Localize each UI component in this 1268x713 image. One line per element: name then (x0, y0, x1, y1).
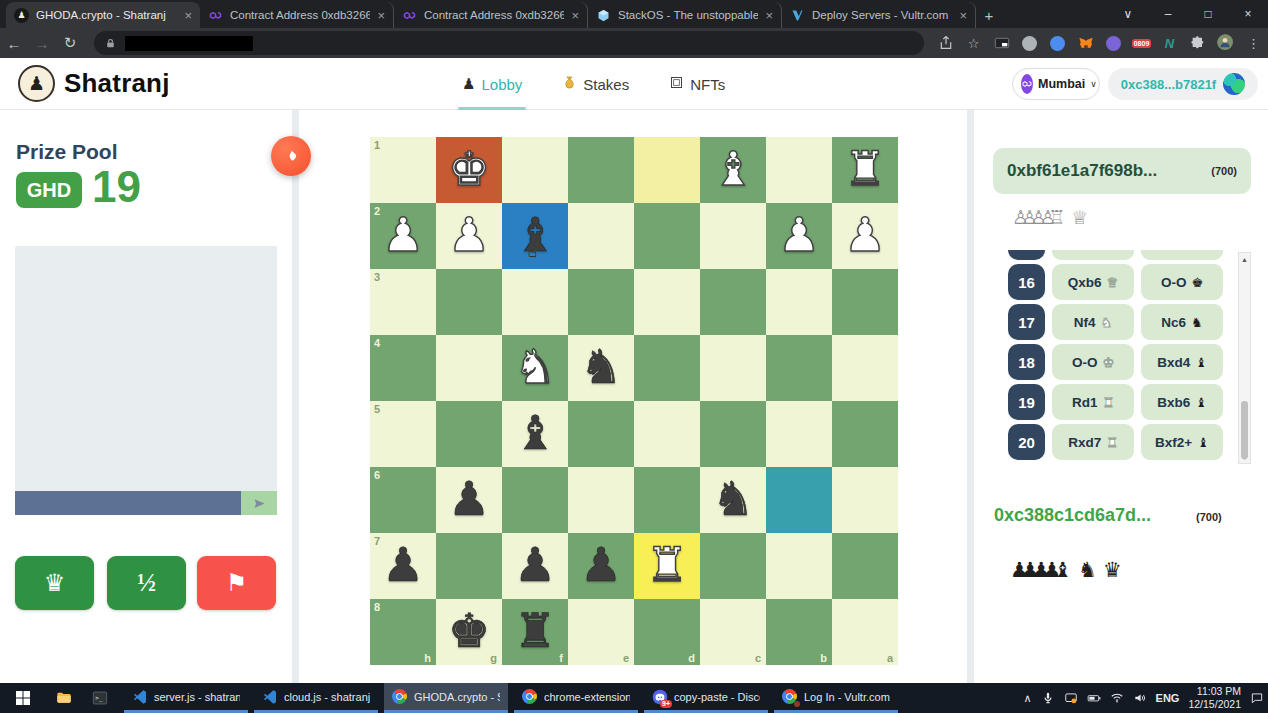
square-a6[interactable] (832, 467, 898, 533)
rank-label: 5 (374, 403, 380, 415)
chrome-icon (782, 689, 798, 705)
half-label: ½ (137, 569, 156, 597)
chat-box (15, 246, 277, 491)
square-b7[interactable] (766, 533, 832, 599)
extension-gray-icon[interactable] (1021, 35, 1038, 52)
square-a3[interactable] (832, 269, 898, 335)
opponent-address: 0xbf61e1a7f698b... (1007, 161, 1157, 181)
back-button[interactable]: ← (0, 35, 28, 52)
action-center-icon[interactable] (1250, 691, 1264, 705)
black-move[interactable]: Bxf2+♝ (1141, 424, 1223, 460)
battery-icon[interactable] (1087, 691, 1101, 705)
flag-icon: ⚑ (226, 569, 248, 597)
white-move[interactable]: Rd1♜ (1052, 384, 1134, 420)
prize-pool-label: Prize Pool (16, 140, 118, 164)
fire-button[interactable] (271, 136, 311, 176)
close-button[interactable]: × (1228, 0, 1268, 28)
move-number: 17 (1008, 304, 1045, 340)
white-move-label: Qxb6 (1068, 275, 1102, 290)
white-piece-icon: ♜ (1106, 435, 1118, 450)
square-a1[interactable]: ♜ (832, 137, 898, 203)
share-icon[interactable] (937, 35, 954, 52)
square-f2[interactable]: ♝☝ (502, 203, 568, 269)
browser-toolbar: ← → ↻ ☆ 0809 N ⋮ (0, 28, 1268, 58)
microphone-icon[interactable] (1041, 691, 1055, 705)
maximize-button[interactable]: □ (1188, 0, 1228, 28)
extension-badge[interactable]: 0809 (1133, 35, 1150, 52)
taskbar-app[interactable]: Log In - Vultr.com -... (774, 683, 898, 713)
file-label: b (820, 652, 827, 664)
square-c5[interactable] (700, 401, 766, 467)
tab-title: Deploy Servers - Vultr.com (812, 9, 952, 21)
chevron-down-icon: ∨ (1090, 79, 1097, 89)
white-piece-icon: ♛ (1107, 275, 1119, 290)
black-pawn-piece[interactable]: ♟ (580, 541, 622, 588)
language-indicator[interactable]: ENG (1156, 692, 1180, 704)
left-divider (292, 110, 299, 683)
move-row: 19Rd1♜Bxb6♝ (1008, 384, 1224, 420)
square-f4[interactable]: ♞ (502, 335, 568, 401)
browser-tab[interactable]: Deploy Servers - Vultr.com× (782, 2, 976, 28)
rank-label: 1 (374, 139, 380, 151)
square-e6[interactable] (568, 467, 634, 533)
square-b1[interactable] (766, 137, 832, 203)
kebab-menu-icon[interactable]: ⋮ (1245, 35, 1262, 52)
black-move-label: Bxd4 (1157, 355, 1190, 370)
shatranj-logo: ♟ (18, 65, 55, 102)
white-knight-piece[interactable]: ♞ (514, 343, 556, 390)
black-pawn-piece[interactable]: ♟ (514, 541, 556, 588)
captured-black-bishop: ♝ (1053, 558, 1072, 582)
square-d6[interactable] (634, 467, 700, 533)
black-rook-piece[interactable]: ♜ (514, 607, 556, 654)
square-d4[interactable] (634, 335, 700, 401)
white-king-piece[interactable]: ♚ (448, 145, 490, 192)
player-address: 0xc388c1cd6a7d... (994, 505, 1151, 526)
square-f6[interactable] (502, 467, 568, 533)
file-explorer-icon[interactable] (46, 683, 82, 713)
move-row: 18O-O♚Bxd4♝ (1008, 344, 1224, 380)
tab-title: GHODA.crypto - Shatranj (36, 9, 177, 21)
black-move[interactable]: Bxb6♝ (1141, 384, 1223, 420)
white-bishop-piece[interactable]: ♝ (712, 145, 754, 192)
move-number: 16 (1008, 264, 1045, 300)
opponent-player-card[interactable]: 0xbf61e1a7f698b... (700) (993, 148, 1251, 194)
vscode-icon (132, 689, 148, 705)
black-move[interactable]: Nc6♞ (1141, 304, 1223, 340)
square-d1[interactable] (634, 137, 700, 203)
tab-title: Contract Address 0xdb3266656a (230, 9, 370, 21)
square-g7[interactable] (436, 533, 502, 599)
lock-icon (104, 37, 117, 50)
browser-tab[interactable]: StackOS - The unstoppable infra× (588, 2, 782, 28)
square-e8[interactable]: e (568, 599, 634, 665)
move-number: 20 (1008, 424, 1045, 460)
captured-black-pieces: ♟♟♟♟♝♞♛ (1010, 558, 1128, 582)
black-king-piece[interactable]: ♚ (448, 607, 490, 654)
captured-black-queen: ♛ (1103, 558, 1122, 582)
taskbar-app-label: copy-paste - Discord (674, 691, 760, 703)
rank-label: 8 (374, 601, 380, 613)
tray-chevron-icon[interactable]: ∧ (1024, 692, 1032, 705)
file-label: f (559, 652, 563, 664)
square-b2[interactable]: ♟ (766, 203, 832, 269)
send-icon (252, 496, 267, 511)
square-g5[interactable] (436, 401, 502, 467)
square-a4[interactable] (832, 335, 898, 401)
square-g1[interactable]: ♚ (436, 137, 502, 203)
chess-board[interactable]: 1♚♝♜2♟♟♝☝♟♟34♞♞5♝6♟♞7♟♟♟♜8hg♚f♜edcba (370, 137, 899, 666)
minimize-button[interactable]: – (1148, 0, 1188, 28)
white-rook-piece[interactable]: ♜ (844, 145, 886, 192)
black-pawn-piece[interactable]: ♟ (382, 541, 424, 588)
captured-black-knight: ♞ (1078, 558, 1097, 582)
white-piece-icon: ♜ (1102, 395, 1114, 410)
taskbar-app-label: Log In - Vultr.com -... (804, 691, 890, 703)
square-g2[interactable]: ♟ (436, 203, 502, 269)
square-h5[interactable]: 5 (370, 401, 436, 467)
right-divider (967, 110, 974, 683)
file-label: g (490, 652, 497, 664)
black-piece-icon: ♝ (1195, 355, 1207, 370)
white-move[interactable] (1052, 250, 1134, 260)
rank-label: 4 (374, 337, 380, 349)
square-a2[interactable]: ♟ (832, 203, 898, 269)
black-piece-icon: ♚ (1191, 275, 1203, 290)
square-d8[interactable]: d (634, 599, 700, 665)
taskbar-app[interactable]: cloud.js - shatranj - ... (254, 683, 378, 713)
white-piece-icon: ♞ (1101, 315, 1113, 330)
screen: ♟GHODA.crypto - Shatranj×Contract Addres… (0, 0, 1268, 713)
file-label: a (887, 652, 893, 664)
svg-text:>_: >_ (95, 694, 103, 702)
start-button[interactable] (0, 683, 46, 713)
tab-close-icon[interactable]: × (377, 8, 385, 23)
profile-avatar[interactable] (1217, 35, 1234, 52)
square-d2[interactable] (634, 203, 700, 269)
bookmark-star-icon[interactable]: ☆ (965, 35, 982, 52)
black-move-label: O-O (1161, 275, 1187, 290)
black-piece-icon: ♞ (1191, 315, 1203, 330)
square-b8[interactable]: b (766, 599, 832, 665)
rank-label: 3 (374, 271, 380, 283)
taskbar-app-label: cloud.js - shatranj - ... (284, 691, 370, 703)
black-move-label: Nc6 (1161, 315, 1186, 330)
captured-white-rook: ♖ (1048, 206, 1065, 228)
crown-icon: ♛ (44, 569, 66, 597)
file-label: c (755, 652, 761, 664)
hand-cursor-icon: ☝ (528, 243, 537, 261)
polygon-icon (1021, 74, 1033, 94)
move-row: 17Nf4♞Nc6♞ (1008, 304, 1224, 340)
square-c6[interactable]: ♞ (700, 467, 766, 533)
move-list[interactable]: 16Qxb6♛O-O♚17Nf4♞Nc6♞18O-O♚Bxd4♝19Rd1♜Bx… (1008, 250, 1224, 462)
file-label: h (424, 652, 431, 664)
white-move[interactable]: Qxb6♛ (1052, 264, 1134, 300)
polygon-favicon-icon (208, 8, 223, 23)
square-e3[interactable] (568, 269, 634, 335)
taskbar-app-label: GHODA.crypto - Sh... (414, 691, 500, 703)
square-e4[interactable]: ♞ (568, 335, 634, 401)
square-h6[interactable]: 6 (370, 467, 436, 533)
browser-menu-icon[interactable]: ∨ (1108, 0, 1148, 28)
nav-item-stakes[interactable]: Stakes (562, 58, 629, 110)
send-button[interactable] (241, 491, 277, 515)
square-b6[interactable] (766, 467, 832, 533)
taskbar-app[interactable]: GHODA.crypto - Sh... (384, 683, 508, 713)
tray-time: 11:03 PM (1197, 685, 1241, 697)
nav-item-nfts[interactable]: NFTs (669, 58, 725, 110)
offer-draw-button[interactable]: ½ (107, 556, 186, 610)
square-c2[interactable] (700, 203, 766, 269)
terminal-icon[interactable]: >_ (82, 683, 118, 713)
square-d5[interactable] (634, 401, 700, 467)
move-row: 20Rxd7♜Bxf2+♝ (1008, 424, 1224, 460)
scrollbar-thumb[interactable] (1241, 401, 1248, 459)
browser-tab[interactable]: Contract Address 0xdb3266656a× (200, 2, 394, 28)
extension-purple-icon[interactable] (1105, 35, 1122, 52)
app-title: Shatranj (64, 68, 170, 99)
black-pawn-piece[interactable]: ♟ (448, 475, 490, 522)
square-a5[interactable] (832, 401, 898, 467)
network-selector[interactable]: Mumbai ∨ (1012, 68, 1100, 100)
reload-button[interactable]: ↻ (56, 34, 84, 52)
move-row (1008, 250, 1224, 260)
square-g4[interactable] (436, 335, 502, 401)
square-g6[interactable]: ♟ (436, 467, 502, 533)
chrome-icon (392, 689, 408, 705)
address-bar[interactable] (94, 31, 924, 55)
wallet-address: 0xc388...b7821f (1121, 77, 1216, 92)
black-piece-icon: ♝ (1195, 395, 1207, 410)
chat-input-bar (15, 491, 277, 515)
white-rook-piece[interactable]: ♜ (646, 541, 688, 588)
white-piece-icon: ♚ (1102, 355, 1114, 370)
frame-icon (669, 75, 684, 93)
taskbar-apps: server.js - shatranj-s...cloud.js - shat… (124, 683, 904, 713)
captured-white-pieces: ♙♙♙♙♖♕ (1012, 206, 1094, 228)
square-e7[interactable]: ♟ (568, 533, 634, 599)
prize-amount: 19 (92, 162, 141, 212)
taskbar-clock[interactable]: 11:03 PM 12/15/2021 (1188, 685, 1241, 711)
window-controls: ∨ – □ × (1108, 0, 1268, 28)
tab-close-icon[interactable]: × (184, 8, 192, 23)
wallet-button[interactable]: 0xc388...b7821f (1108, 68, 1258, 100)
square-h1[interactable]: 1 (370, 137, 436, 203)
move-list-scrollbar[interactable]: ▲ ▼ (1238, 252, 1251, 464)
square-e5[interactable] (568, 401, 634, 467)
move-number: 19 (1008, 384, 1045, 420)
square-e1[interactable] (568, 137, 634, 203)
square-e2[interactable] (568, 203, 634, 269)
forward-button[interactable]: → (28, 35, 56, 52)
square-h8[interactable]: 8h (370, 599, 436, 665)
nav-item-lobby[interactable]: ♟Lobby (462, 58, 522, 110)
black-bishop-piece[interactable]: ♝ (514, 409, 556, 456)
move-row: 16Qxb6♛O-O♚ (1008, 264, 1224, 300)
black-knight-piece[interactable]: ♞ (712, 475, 754, 522)
browser-tabstrip: ♟GHODA.crypto - Shatranj×Contract Addres… (0, 0, 1268, 28)
currency-badge: GHD (16, 172, 82, 208)
moneybag-icon (562, 75, 577, 93)
square-a7[interactable] (832, 533, 898, 599)
wifi-icon[interactable] (1110, 691, 1124, 705)
square-f8[interactable]: f♜ (502, 599, 568, 665)
extension-blue-icon[interactable] (1049, 35, 1066, 52)
browser-tab[interactable]: Contract Address 0xdb3266656a× (394, 2, 588, 28)
black-move[interactable] (1141, 250, 1223, 260)
square-d3[interactable] (634, 269, 700, 335)
white-pawn-piece[interactable]: ♟ (448, 211, 490, 258)
chat-input[interactable] (15, 491, 241, 515)
black-move[interactable]: Bxd4♝ (1141, 344, 1223, 380)
pip-extension-icon[interactable] (993, 35, 1010, 52)
square-h2[interactable]: 2♟ (370, 203, 436, 269)
vscode-icon (262, 689, 278, 705)
metamask-icon[interactable] (1077, 35, 1094, 52)
white-move-label: Nf4 (1074, 315, 1096, 330)
toolbar-icons: ☆ 0809 N ⋮ (937, 28, 1262, 58)
main-nav: ♟LobbyStakesNFTs (462, 58, 725, 110)
square-f1[interactable] (502, 137, 568, 203)
captured-white-queen: ♕ (1071, 206, 1088, 228)
square-g3[interactable] (436, 269, 502, 335)
screen-share-icon[interactable] (1064, 691, 1078, 705)
black-move[interactable]: O-O♚ (1141, 264, 1223, 300)
square-f5[interactable]: ♝ (502, 401, 568, 467)
white-pawn-piece[interactable]: ♟ (844, 211, 886, 258)
wallet-avatar (1223, 73, 1245, 95)
square-h3[interactable]: 3 (370, 269, 436, 335)
white-move[interactable]: O-O♚ (1052, 344, 1134, 380)
white-move-label: O-O (1072, 355, 1098, 370)
chrome-icon (522, 689, 538, 705)
taskbar-app-label: server.js - shatranj-s... (154, 691, 240, 703)
white-move-label: Rd1 (1072, 395, 1098, 410)
taskbar-app-label: chrome-extension:/... (544, 691, 630, 703)
white-move[interactable]: Nf4♞ (1052, 304, 1134, 340)
square-f7[interactable]: ♟ (502, 533, 568, 599)
white-pawn-piece[interactable]: ♟ (778, 211, 820, 258)
square-b3[interactable] (766, 269, 832, 335)
logo-pawn-icon: ♟ (28, 72, 45, 95)
browser-tab[interactable]: ♟GHODA.crypto - Shatranj× (6, 2, 200, 28)
notification-badge: 9+ (660, 700, 672, 708)
taskbar-app[interactable]: 9+copy-paste - Discord (644, 683, 768, 713)
flame-icon (283, 148, 300, 165)
square-a8[interactable]: a (832, 599, 898, 665)
move-number: 18 (1008, 344, 1045, 380)
black-move-label: Bxf2+ (1155, 435, 1192, 450)
tab-close-icon[interactable]: × (959, 8, 967, 23)
square-g8[interactable]: g♚ (436, 599, 502, 665)
notification-dot (794, 701, 800, 707)
white-move[interactable]: Rxd7♜ (1052, 424, 1134, 460)
taskbar-app[interactable]: chrome-extension:/... (514, 683, 638, 713)
speaker-icon[interactable] (1133, 691, 1147, 705)
network-label: Mumbai (1038, 77, 1085, 91)
square-b5[interactable] (766, 401, 832, 467)
square-c8[interactable]: c (700, 599, 766, 665)
extensions-puzzle-icon[interactable] (1189, 35, 1206, 52)
rank-label: 2 (374, 205, 380, 217)
vultr-favicon-icon (790, 8, 805, 23)
black-piece-icon: ♝ (1197, 435, 1209, 450)
black-move-label: Bxb6 (1157, 395, 1190, 410)
square-b4[interactable] (766, 335, 832, 401)
tab-close-icon[interactable]: × (571, 8, 579, 23)
tab-title: Contract Address 0xdb3266656a (424, 9, 564, 21)
move-number (1008, 250, 1045, 260)
square-d7[interactable]: ♜ (634, 533, 700, 599)
taskbar-app[interactable]: server.js - shatranj-s... (124, 683, 248, 713)
nav-label: Stakes (583, 76, 629, 93)
shatranj-favicon-icon: ♟ (14, 8, 29, 23)
opponent-rating: (700) (1211, 165, 1237, 177)
player-rating: (700) (1196, 511, 1222, 523)
system-tray: ∧ ENG 11:03 PM 12/15/2021 (1024, 683, 1264, 713)
file-label: e (623, 652, 629, 664)
nav-label: NFTs (690, 76, 725, 93)
new-tab-button[interactable]: + (976, 2, 1002, 28)
resign-button[interactable]: ⚑ (197, 556, 276, 610)
white-move-label: Rxd7 (1068, 435, 1101, 450)
n-extension-icon[interactable]: N (1161, 35, 1178, 52)
app-header: ♟ Shatranj ♟LobbyStakesNFTs Mumbai ∨ 0xc… (0, 58, 1268, 110)
black-knight-piece[interactable]: ♞ (580, 343, 622, 390)
discord-icon: 9+ (652, 689, 668, 705)
stackos-favicon-icon (596, 8, 611, 23)
nav-label: Lobby (481, 76, 522, 93)
claim-win-button[interactable]: ♛ (15, 556, 94, 610)
rank-label: 6 (374, 469, 380, 481)
polygon-favicon-icon (402, 8, 417, 23)
square-c1[interactable]: ♝ (700, 137, 766, 203)
square-c7[interactable] (700, 533, 766, 599)
tab-title: StackOS - The unstoppable infra (618, 9, 758, 21)
white-pawn-piece[interactable]: ♟ (382, 211, 424, 258)
square-h7[interactable]: 7♟ (370, 533, 436, 599)
rank-label: 7 (374, 535, 380, 547)
tab-close-icon[interactable]: × (765, 8, 773, 23)
square-h4[interactable]: 4 (370, 335, 436, 401)
scroll-up-icon[interactable]: ▲ (1239, 253, 1250, 265)
square-f3[interactable] (502, 269, 568, 335)
redacted-url (125, 36, 253, 51)
square-c3[interactable] (700, 269, 766, 335)
square-c4[interactable] (700, 335, 766, 401)
tray-date: 12/15/2021 (1188, 698, 1241, 710)
pawn-icon: ♟ (462, 75, 475, 93)
file-label: d (688, 652, 695, 664)
tab-list: ♟GHODA.crypto - Shatranj×Contract Addres… (0, 0, 976, 28)
